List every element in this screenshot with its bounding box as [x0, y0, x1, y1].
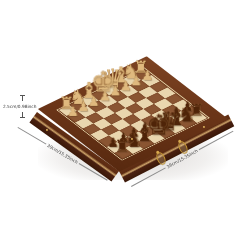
white-knight: ♞ [69, 87, 82, 107]
white-king: ♚ [90, 69, 103, 97]
dimension-tick-icon [20, 95, 25, 96]
white-knight: ♞ [122, 61, 135, 81]
product-photo: ♜♟♟♜♞♟♟♞♝♟♟♝♛♟♟♛♚♟♟♚♝♟♟♝♞♟♟♞♜♟♟♜ 2.5cm/0… [0, 0, 242, 240]
board-square: ♟ [67, 111, 86, 122]
white-bishop: ♝ [112, 64, 125, 86]
dimension-tick-icon [22, 96, 23, 101]
white-queen: ♛ [101, 65, 114, 91]
board-scene: ♜♟♟♜♞♟♟♞♝♟♟♝♛♟♟♛♚♟♟♚♝♟♟♝♞♟♟♞♜♟♟♜ [0, 0, 242, 240]
dimension-tick-icon [20, 117, 25, 118]
board-square [144, 104, 163, 115]
thickness-dimension-label: 2.5cm/0.98inch [3, 104, 36, 109]
white-rook: ♜ [133, 59, 146, 76]
white-bishop: ♝ [80, 80, 93, 102]
